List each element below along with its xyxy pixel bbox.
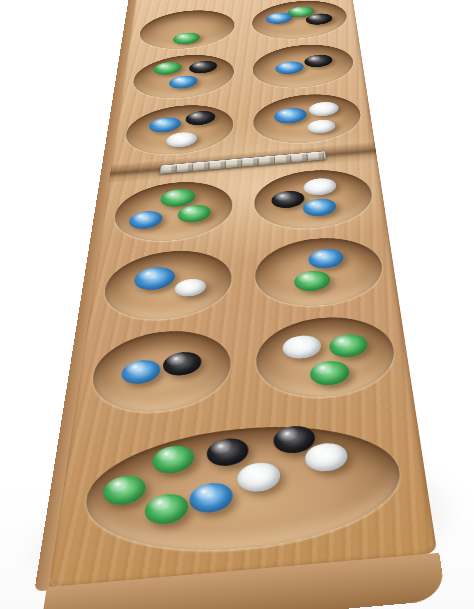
- stone-green: [102, 474, 147, 506]
- pit-right-6[interactable]: [256, 312, 399, 402]
- stone-blue: [149, 116, 182, 133]
- stone-blue: [189, 482, 233, 515]
- stone-green: [144, 493, 189, 526]
- pit-right-6-cell: [243, 305, 413, 412]
- scene: [0, 0, 474, 609]
- stone-white: [307, 119, 335, 134]
- stone-green: [294, 269, 331, 292]
- stone-white: [303, 177, 337, 196]
- pit-left-3[interactable]: [123, 101, 234, 159]
- store-bottom: [78, 416, 407, 563]
- stone-black: [305, 13, 333, 26]
- pit-left-2[interactable]: [130, 51, 233, 102]
- stone-green: [310, 359, 351, 386]
- pit-right-1[interactable]: [252, 0, 349, 43]
- board: [49, 0, 438, 587]
- pit-right-5-cell: [243, 227, 399, 318]
- pit-left-4-cell: [98, 172, 243, 252]
- stone-white: [309, 101, 340, 117]
- stone-black: [162, 350, 202, 376]
- pit-left-1[interactable]: [137, 7, 234, 53]
- stone-green: [328, 333, 368, 359]
- stone-white: [166, 131, 197, 148]
- stone-blue: [266, 12, 293, 25]
- pit-left-6[interactable]: [87, 326, 230, 417]
- stone-blue: [308, 247, 345, 269]
- stone-green: [151, 444, 194, 475]
- stone-black: [207, 437, 249, 468]
- pit-left-3-cell: [112, 96, 243, 164]
- stone-white: [175, 278, 206, 298]
- pit-right-3-cell: [243, 86, 374, 153]
- stone-blue: [168, 75, 197, 90]
- stone-blue: [128, 210, 163, 230]
- stone-blue: [275, 60, 304, 75]
- stone-blue: [133, 266, 175, 292]
- pit-left-5-cell: [87, 240, 243, 332]
- pit-right-2[interactable]: [252, 41, 355, 92]
- stone-white: [237, 461, 280, 493]
- stone-green: [172, 32, 200, 46]
- stone-green: [153, 61, 182, 76]
- stone-black: [304, 54, 333, 69]
- pit-left-6-cell: [73, 318, 243, 426]
- pit-left-5[interactable]: [100, 246, 232, 324]
- stone-blue: [120, 359, 161, 386]
- stone-black: [271, 190, 305, 210]
- stone-black: [185, 110, 215, 126]
- stone-green: [177, 204, 211, 224]
- pit-left-4[interactable]: [111, 178, 233, 246]
- pit-right-4[interactable]: [254, 166, 376, 233]
- stone-white: [283, 334, 322, 360]
- stone-blue: [274, 107, 308, 125]
- pit-right-4-cell: [243, 160, 388, 239]
- stone-blue: [302, 197, 337, 217]
- pit-right-5[interactable]: [255, 233, 387, 311]
- stone-black: [189, 60, 217, 75]
- pit-right-3[interactable]: [253, 90, 364, 147]
